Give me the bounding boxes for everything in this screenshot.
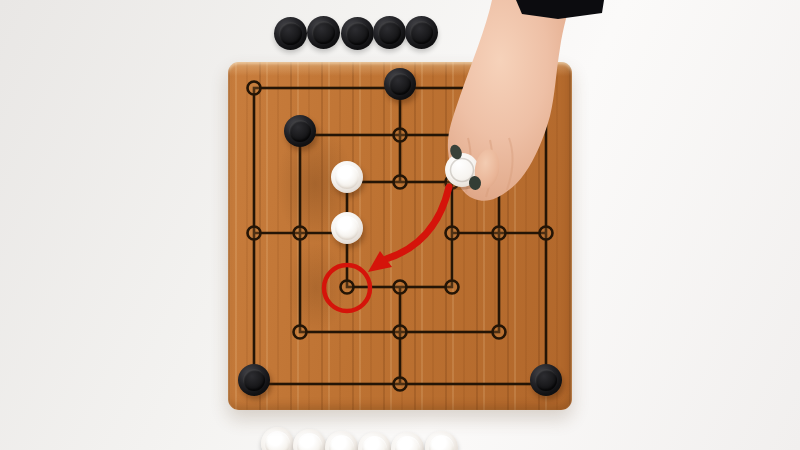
point-f2[interactable] [493,326,506,339]
black-reserve-piece-3[interactable] [341,17,374,50]
point-g4[interactable] [540,227,553,240]
white-reserve-piece-2[interactable] [293,429,326,450]
black-piece-g1[interactable] [530,364,562,396]
black-reserve-piece-5[interactable] [405,16,438,49]
square-outline [347,182,452,287]
black-piece-a1[interactable] [238,364,270,396]
point-a7[interactable] [248,82,261,95]
black-reserve-piece-4[interactable] [373,16,406,49]
white-piece-c5[interactable] [331,161,363,193]
point-e5[interactable] [446,176,459,189]
white-reserve-piece-5[interactable] [391,432,424,450]
sleeve [516,0,604,19]
white-reserve-piece-4[interactable] [358,432,391,450]
point-e4[interactable] [446,227,459,240]
board-grid-lines [228,62,572,410]
point-d5[interactable] [394,176,407,189]
point-a4[interactable] [248,227,261,240]
white-reserve-piece-1[interactable] [261,427,294,450]
point-f4[interactable] [493,227,506,240]
point-c3[interactable] [341,281,354,294]
white-reserve-piece-3[interactable] [325,431,358,450]
point-e3[interactable] [446,281,459,294]
scene [0,0,800,450]
point-g7[interactable] [540,82,553,95]
black-reserve-piece-1[interactable] [274,17,307,50]
point-d1[interactable] [394,378,407,391]
black-piece-b6[interactable] [284,115,316,147]
point-b4[interactable] [294,227,307,240]
white-piece-c4[interactable] [331,212,363,244]
point-f6[interactable] [493,129,506,142]
point-b2[interactable] [294,326,307,339]
point-d2[interactable] [394,326,407,339]
white-reserve-piece-6[interactable] [425,431,458,450]
morris-board[interactable] [228,62,572,410]
black-reserve-piece-2[interactable] [307,16,340,49]
black-piece-d7[interactable] [384,68,416,100]
point-d6[interactable] [394,129,407,142]
point-d3[interactable] [394,281,407,294]
